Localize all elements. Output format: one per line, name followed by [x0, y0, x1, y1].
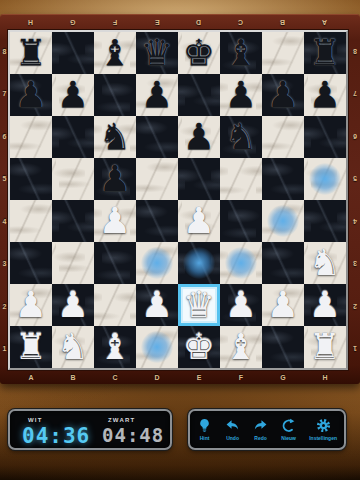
square-c5[interactable]: ♟	[94, 158, 136, 200]
piece-white-pawn: ♟	[57, 284, 89, 326]
coordinate-label: 3	[353, 260, 357, 267]
redo-arrow-icon	[253, 418, 268, 433]
square-f4[interactable]	[220, 200, 262, 242]
black-clock: ZWART 04:48	[102, 415, 164, 446]
square-a5[interactable]	[10, 158, 52, 200]
square-h3[interactable]: ♞	[304, 242, 346, 284]
square-b4[interactable]	[52, 200, 94, 242]
piece-black-bishop: ♝	[225, 32, 257, 74]
square-e1[interactable]: ♚	[178, 326, 220, 368]
legal-move-highlight	[141, 331, 173, 363]
white-clock: WIT 04:36	[22, 415, 90, 448]
coordinate-label: 6	[353, 133, 357, 140]
piece-black-pawn: ♟	[267, 74, 299, 116]
coordinate-label: C	[112, 374, 117, 381]
square-f3[interactable]	[220, 242, 262, 284]
piece-white-pawn: ♟	[225, 284, 257, 326]
white-clock-label: WIT	[28, 417, 90, 423]
square-h7[interactable]: ♟	[304, 74, 346, 116]
square-d1[interactable]	[136, 326, 178, 368]
piece-white-bishop: ♝	[99, 326, 131, 368]
coordinate-label: 1	[353, 345, 357, 352]
coordinate-label: A	[322, 19, 327, 26]
square-e7[interactable]	[178, 74, 220, 116]
square-g5[interactable]	[262, 158, 304, 200]
square-f7[interactable]: ♟	[220, 74, 262, 116]
square-c3[interactable]	[94, 242, 136, 284]
coordinate-label: E	[155, 19, 160, 26]
chess-clock: WIT 04:36 ZWART 04:48	[8, 409, 172, 450]
square-g6[interactable]	[262, 116, 304, 158]
square-d4[interactable]	[136, 200, 178, 242]
square-c4[interactable]: ♟	[94, 200, 136, 242]
piece-white-knight: ♞	[57, 326, 89, 368]
piece-white-bishop: ♝	[225, 326, 257, 368]
legal-move-highlight	[267, 205, 299, 237]
coordinate-label: 2	[353, 303, 357, 310]
piece-black-knight: ♞	[99, 116, 131, 158]
new-game-label: Nieuw	[281, 435, 296, 441]
square-d6[interactable]	[136, 116, 178, 158]
settings-gear-icon	[316, 418, 331, 433]
lightbulb-icon	[197, 418, 212, 433]
coordinate-label: 5	[3, 175, 7, 182]
coordinate-label: A	[28, 374, 33, 381]
coordinate-label: 5	[353, 175, 357, 182]
undo-label: Undo	[226, 435, 239, 441]
coordinate-label: D	[154, 374, 159, 381]
coordinate-label: H	[28, 19, 33, 26]
settings-button[interactable]: Instellingen	[309, 418, 337, 441]
undo-button[interactable]: Undo	[225, 418, 240, 441]
piece-black-pawn: ♟	[183, 116, 215, 158]
redo-button[interactable]: Redo	[253, 418, 268, 441]
piece-black-knight: ♞	[225, 116, 257, 158]
square-d5[interactable]	[136, 158, 178, 200]
coordinate-label: G	[280, 374, 285, 381]
piece-white-knight: ♞	[309, 242, 341, 284]
square-g8[interactable]	[262, 32, 304, 74]
square-c8[interactable]: ♝	[94, 32, 136, 74]
square-g2[interactable]: ♟	[262, 284, 304, 326]
piece-black-pawn: ♟	[15, 74, 47, 116]
coordinate-label: H	[322, 374, 327, 381]
square-h4[interactable]	[304, 200, 346, 242]
square-b7[interactable]: ♟	[52, 74, 94, 116]
square-e5[interactable]	[178, 158, 220, 200]
square-c7[interactable]	[94, 74, 136, 116]
black-clock-time: 04:48	[102, 424, 164, 446]
square-g1[interactable]	[262, 326, 304, 368]
hint-label: Hint	[200, 435, 210, 441]
coordinate-label: G	[70, 19, 75, 26]
piece-black-bishop: ♝	[99, 32, 131, 74]
square-b6[interactable]	[52, 116, 94, 158]
piece-black-pawn: ♟	[141, 74, 173, 116]
coordinate-label: 3	[3, 260, 7, 267]
new-game-button[interactable]: Nieuw	[281, 418, 296, 441]
piece-white-rook: ♜	[309, 326, 341, 368]
square-h1[interactable]: ♜	[304, 326, 346, 368]
square-f8[interactable]: ♝	[220, 32, 262, 74]
piece-black-queen: ♛	[141, 32, 173, 74]
square-b8[interactable]	[52, 32, 94, 74]
coordinate-label: 4	[353, 218, 357, 225]
square-h6[interactable]	[304, 116, 346, 158]
square-c2[interactable]	[94, 284, 136, 326]
settings-label: Instellingen	[309, 435, 337, 441]
square-f1[interactable]: ♝	[220, 326, 262, 368]
square-a2[interactable]: ♟	[10, 284, 52, 326]
coordinate-label: F	[113, 19, 117, 26]
square-f5[interactable]	[220, 158, 262, 200]
square-b1[interactable]: ♞	[52, 326, 94, 368]
piece-black-pawn: ♟	[99, 158, 131, 200]
square-b5[interactable]	[52, 158, 94, 200]
square-a6[interactable]	[10, 116, 52, 158]
board-bevel: ♜♝♛♚♝♜♟♟♟♟♟♟♞♟♞♟♟♟♞♟♟♟♛♟♟♟♜♞♝♚♝♜	[8, 30, 348, 370]
square-d3[interactable]	[136, 242, 178, 284]
square-a1[interactable]: ♜	[10, 326, 52, 368]
coordinate-label: B	[70, 374, 75, 381]
square-a3[interactable]	[10, 242, 52, 284]
square-g3[interactable]	[262, 242, 304, 284]
coordinate-label: B	[280, 19, 285, 26]
coordinate-label: 4	[3, 218, 7, 225]
legal-move-highlight	[183, 247, 215, 279]
new-game-icon	[281, 418, 296, 433]
square-c1[interactable]: ♝	[94, 326, 136, 368]
piece-white-pawn: ♟	[183, 200, 215, 242]
legal-move-highlight	[141, 247, 173, 279]
square-d7[interactable]: ♟	[136, 74, 178, 116]
redo-label: Redo	[254, 435, 267, 441]
piece-white-pawn: ♟	[99, 200, 131, 242]
coordinate-label: 8	[353, 48, 357, 55]
square-e3[interactable]	[178, 242, 220, 284]
white-clock-time: 04:36	[22, 424, 90, 448]
piece-white-pawn: ♟	[141, 284, 173, 326]
coordinate-label: C	[238, 19, 243, 26]
undo-arrow-icon	[225, 418, 240, 433]
square-h5[interactable]	[304, 158, 346, 200]
hint-button[interactable]: Hint	[197, 418, 212, 441]
coordinate-label: 1	[3, 345, 7, 352]
square-e4[interactable]: ♟	[178, 200, 220, 242]
piece-black-rook: ♜	[309, 32, 341, 74]
square-b2[interactable]: ♟	[52, 284, 94, 326]
chess-board: ♜♝♛♚♝♜♟♟♟♟♟♟♞♟♞♟♟♟♞♟♟♟♛♟♟♟♜♞♝♚♝♜	[10, 32, 346, 368]
coordinate-label: 6	[3, 133, 7, 140]
square-e2[interactable]: ♛	[178, 284, 220, 326]
piece-white-pawn: ♟	[267, 284, 299, 326]
file-labels-bottom: ABCDEFGH	[10, 371, 346, 384]
coordinate-label: F	[239, 374, 243, 381]
file-labels-top: HGFEDCBA	[10, 14, 346, 30]
piece-black-pawn: ♟	[57, 74, 89, 116]
square-g4[interactable]	[262, 200, 304, 242]
square-e8[interactable]: ♚	[178, 32, 220, 74]
legal-move-highlight	[225, 247, 257, 279]
rank-labels-right: 87654321	[349, 30, 360, 370]
square-d2[interactable]: ♟	[136, 284, 178, 326]
legal-move-highlight	[309, 163, 341, 195]
black-clock-label: ZWART	[108, 417, 164, 423]
square-b3[interactable]	[52, 242, 94, 284]
piece-white-pawn: ♟	[309, 284, 341, 326]
square-f2[interactable]: ♟	[220, 284, 262, 326]
square-a4[interactable]	[10, 200, 52, 242]
piece-black-rook: ♜	[15, 32, 47, 74]
coordinate-label: E	[197, 374, 202, 381]
square-d8[interactable]: ♛	[136, 32, 178, 74]
piece-black-king: ♚	[183, 32, 215, 74]
square-f6[interactable]: ♞	[220, 116, 262, 158]
square-c6[interactable]: ♞	[94, 116, 136, 158]
piece-white-rook: ♜	[15, 326, 47, 368]
leather-background: HGFEDCBA 87654321 87654321 ABCDEFGH ♜♝♛♚…	[0, 0, 360, 480]
piece-black-pawn: ♟	[225, 74, 257, 116]
square-e6[interactable]: ♟	[178, 116, 220, 158]
piece-white-queen: ♛	[183, 284, 215, 326]
piece-black-pawn: ♟	[309, 74, 341, 116]
coordinate-label: 7	[353, 90, 357, 97]
square-h2[interactable]: ♟	[304, 284, 346, 326]
coordinate-label: 2	[3, 303, 7, 310]
toolbar: Hint Undo Redo Nieuw Instellingen	[188, 409, 346, 450]
piece-white-pawn: ♟	[15, 284, 47, 326]
coordinate-label: 7	[3, 90, 7, 97]
square-h8[interactable]: ♜	[304, 32, 346, 74]
coordinate-label: 8	[3, 48, 7, 55]
square-g7[interactable]: ♟	[262, 74, 304, 116]
square-a7[interactable]: ♟	[10, 74, 52, 116]
coordinate-label: D	[196, 19, 201, 26]
square-a8[interactable]: ♜	[10, 32, 52, 74]
chess-board-frame: HGFEDCBA 87654321 87654321 ABCDEFGH ♜♝♛♚…	[0, 14, 360, 384]
piece-white-king: ♚	[183, 326, 215, 368]
